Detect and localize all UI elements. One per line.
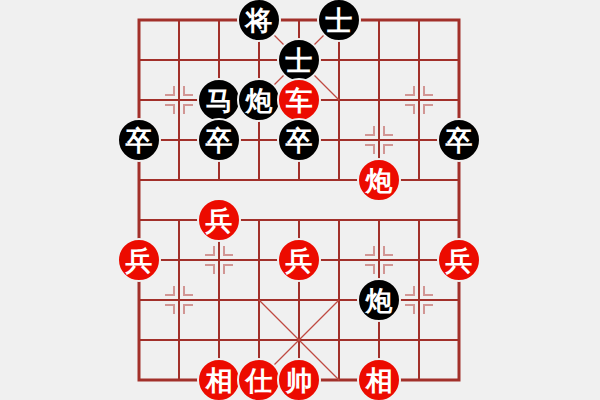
- piece-red-chariot[interactable]: 车: [277, 78, 321, 122]
- piece-black-cannon[interactable]: 炮: [357, 278, 401, 322]
- piece-black-soldier[interactable]: 卒: [277, 118, 321, 162]
- piece-red-cannon[interactable]: 炮: [357, 158, 401, 202]
- piece-black-horse[interactable]: 马: [197, 78, 241, 122]
- piece-red-soldier[interactable]: 兵: [197, 198, 241, 242]
- piece-red-soldier[interactable]: 兵: [277, 238, 321, 282]
- piece-black-cannon[interactable]: 炮: [237, 78, 281, 122]
- piece-black-soldier[interactable]: 卒: [117, 118, 161, 162]
- piece-red-advisor[interactable]: 仕: [237, 358, 281, 400]
- pieces-layer: 将士士马炮车卒卒卒卒炮兵兵兵兵炮相仕帅相: [119, 0, 479, 400]
- piece-black-soldier[interactable]: 卒: [197, 118, 241, 162]
- piece-black-soldier[interactable]: 卒: [437, 118, 481, 162]
- piece-red-soldier[interactable]: 兵: [117, 238, 161, 282]
- xiangqi-board: 将士士马炮车卒卒卒卒炮兵兵兵兵炮相仕帅相: [0, 0, 600, 400]
- piece-red-soldier[interactable]: 兵: [437, 238, 481, 282]
- piece-red-general[interactable]: 帅: [277, 358, 321, 400]
- piece-red-elephant[interactable]: 相: [357, 358, 401, 400]
- piece-black-general[interactable]: 将: [237, 0, 281, 42]
- piece-black-advisor[interactable]: 士: [277, 38, 321, 82]
- piece-red-elephant[interactable]: 相: [197, 358, 241, 400]
- piece-black-advisor[interactable]: 士: [317, 0, 361, 42]
